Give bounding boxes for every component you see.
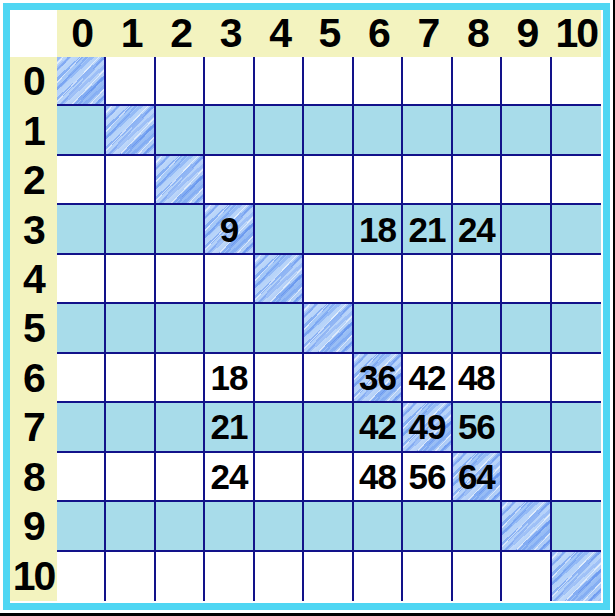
cell-r7-c3[interactable]: 21: [205, 403, 254, 452]
cell-r9-c9[interactable]: [502, 502, 551, 551]
row-header-1: 1: [10, 106, 57, 155]
cell-r0-c8[interactable]: [453, 57, 502, 106]
cell-r7-c8[interactable]: 56: [453, 403, 502, 452]
cell-r0-c1[interactable]: [106, 57, 155, 106]
col-header-2: 2: [156, 10, 205, 57]
cell-r1-c7[interactable]: [403, 106, 452, 155]
cell-r0-c5[interactable]: [304, 57, 353, 106]
row-header-2: 2: [10, 156, 57, 205]
cell-r3-c1[interactable]: [106, 205, 155, 254]
cell-r9-c6[interactable]: [354, 502, 403, 551]
cell-r8-c6[interactable]: 48: [354, 453, 403, 502]
cell-r4-c0[interactable]: [57, 255, 106, 304]
cell-r5-c8[interactable]: [453, 304, 502, 353]
cell-r0-c0[interactable]: [57, 57, 106, 106]
cell-r1-c3[interactable]: [205, 106, 254, 155]
cell-r10-c0[interactable]: [57, 552, 106, 601]
cell-r4-c6[interactable]: [354, 255, 403, 304]
cell-r3-c7[interactable]: 21: [403, 205, 452, 254]
col-header-7: 7: [403, 10, 452, 57]
cell-r10-c7[interactable]: [403, 552, 452, 601]
cell-r8-c10[interactable]: [552, 453, 601, 502]
cell-r6-c0[interactable]: [57, 354, 106, 403]
cell-r7-c4[interactable]: [255, 403, 304, 452]
cell-r1-c1[interactable]: [106, 106, 155, 155]
cell-r5-c9[interactable]: [502, 304, 551, 353]
row-header-9: 9: [10, 502, 57, 551]
cell-r6-c1[interactable]: [106, 354, 155, 403]
cell-r10-c10[interactable]: [552, 552, 601, 601]
cell-r1-c8[interactable]: [453, 106, 502, 155]
cell-r9-c8[interactable]: [453, 502, 502, 551]
row-header-10: 10: [10, 552, 57, 601]
cell-r2-c5[interactable]: [304, 156, 353, 205]
cell-r8-c7[interactable]: 56: [403, 453, 452, 502]
cell-r10-c9[interactable]: [502, 552, 551, 601]
cell-r9-c7[interactable]: [403, 502, 452, 551]
cell-r6-c9[interactable]: [502, 354, 551, 403]
cell-r5-c2[interactable]: [156, 304, 205, 353]
cell-r6-c6[interactable]: 36: [354, 354, 403, 403]
row-header-8: 8: [10, 453, 57, 502]
cell-r2-c6[interactable]: [354, 156, 403, 205]
cell-r6-c7[interactable]: 42: [403, 354, 452, 403]
cell-r9-c5[interactable]: [304, 502, 353, 551]
col-header-0: 0: [57, 10, 106, 57]
cell-r3-c0[interactable]: [57, 205, 106, 254]
cell-r6-c5[interactable]: [304, 354, 353, 403]
cell-r2-c4[interactable]: [255, 156, 304, 205]
cell-r2-c3[interactable]: [205, 156, 254, 205]
cell-r3-c2[interactable]: [156, 205, 205, 254]
corner-cell: [10, 10, 57, 57]
row-header-5: 5: [10, 304, 57, 353]
cell-r10-c8[interactable]: [453, 552, 502, 601]
cell-r7-c6[interactable]: 42: [354, 403, 403, 452]
cell-r5-c0[interactable]: [57, 304, 106, 353]
cell-r3-c9[interactable]: [502, 205, 551, 254]
cell-r4-c10[interactable]: [552, 255, 601, 304]
cell-r10-c3[interactable]: [205, 552, 254, 601]
cell-r6-c2[interactable]: [156, 354, 205, 403]
cell-r10-c6[interactable]: [354, 552, 403, 601]
row-header-6: 6: [10, 354, 57, 403]
cell-r1-c6[interactable]: [354, 106, 403, 155]
multiplication-board: 0123456789100123918212445618364248721424…: [10, 10, 603, 603]
cell-r4-c2[interactable]: [156, 255, 205, 304]
cell-r7-c0[interactable]: [57, 403, 106, 452]
cell-r2-c0[interactable]: [57, 156, 106, 205]
row-header-3: 3: [10, 205, 57, 254]
cell-r7-c5[interactable]: [304, 403, 353, 452]
cell-r4-c8[interactable]: [453, 255, 502, 304]
cell-r7-c7[interactable]: 49: [403, 403, 452, 452]
cell-r8-c3[interactable]: 24: [205, 453, 254, 502]
cell-r8-c5[interactable]: [304, 453, 353, 502]
cell-r2-c8[interactable]: [453, 156, 502, 205]
cell-r6-c10[interactable]: [552, 354, 601, 403]
cell-r9-c3[interactable]: [205, 502, 254, 551]
row-header-4: 4: [10, 255, 57, 304]
cell-r8-c0[interactable]: [57, 453, 106, 502]
col-header-5: 5: [304, 10, 353, 57]
cell-r0-c7[interactable]: [403, 57, 452, 106]
col-header-9: 9: [502, 10, 551, 57]
cell-r10-c2[interactable]: [156, 552, 205, 601]
cell-r9-c0[interactable]: [57, 502, 106, 551]
cell-r10-c1[interactable]: [106, 552, 155, 601]
cell-r1-c5[interactable]: [304, 106, 353, 155]
cell-r9-c4[interactable]: [255, 502, 304, 551]
cell-r4-c3[interactable]: [205, 255, 254, 304]
cell-r9-c1[interactable]: [106, 502, 155, 551]
cell-r0-c9[interactable]: [502, 57, 551, 106]
cell-r8-c2[interactable]: [156, 453, 205, 502]
screenshot-root: 0123456789100123918212445618364248721424…: [0, 0, 615, 616]
chart-frame: 0123456789100123918212445618364248721424…: [3, 3, 610, 610]
cell-r0-c6[interactable]: [354, 57, 403, 106]
row-header-0: 0: [10, 57, 57, 106]
cell-r3-c5[interactable]: [304, 205, 353, 254]
cell-r1-c10[interactable]: [552, 106, 601, 155]
cell-r2-c1[interactable]: [106, 156, 155, 205]
cell-r1-c2[interactable]: [156, 106, 205, 155]
cell-r0-c3[interactable]: [205, 57, 254, 106]
cell-r8-c8[interactable]: 64: [453, 453, 502, 502]
cell-r2-c10[interactable]: [552, 156, 601, 205]
row-header-7: 7: [10, 403, 57, 452]
cell-r8-c4[interactable]: [255, 453, 304, 502]
cell-r2-c9[interactable]: [502, 156, 551, 205]
cell-r3-c8[interactable]: 24: [453, 205, 502, 254]
cell-r5-c3[interactable]: [205, 304, 254, 353]
cell-r4-c1[interactable]: [106, 255, 155, 304]
cell-r0-c10[interactable]: [552, 57, 601, 106]
cell-r0-c2[interactable]: [156, 57, 205, 106]
cell-r4-c9[interactable]: [502, 255, 551, 304]
cell-r3-c4[interactable]: [255, 205, 304, 254]
col-header-4: 4: [255, 10, 304, 57]
cell-r7-c1[interactable]: [106, 403, 155, 452]
cell-r8-c9[interactable]: [502, 453, 551, 502]
cell-r1-c4[interactable]: [255, 106, 304, 155]
cell-r3-c6[interactable]: 18: [354, 205, 403, 254]
cell-r5-c7[interactable]: [403, 304, 452, 353]
col-header-6: 6: [354, 10, 403, 57]
cell-r5-c10[interactable]: [552, 304, 601, 353]
cell-r2-c2[interactable]: [156, 156, 205, 205]
cell-r4-c5[interactable]: [304, 255, 353, 304]
cell-r6-c8[interactable]: 48: [453, 354, 502, 403]
cell-r8-c1[interactable]: [106, 453, 155, 502]
cell-r10-c4[interactable]: [255, 552, 304, 601]
cell-r6-c4[interactable]: [255, 354, 304, 403]
cell-r9-c2[interactable]: [156, 502, 205, 551]
cell-r4-c7[interactable]: [403, 255, 452, 304]
cell-r7-c9[interactable]: [502, 403, 551, 452]
col-header-3: 3: [205, 10, 254, 57]
cell-r1-c9[interactable]: [502, 106, 551, 155]
cell-r7-c2[interactable]: [156, 403, 205, 452]
cell-r0-c4[interactable]: [255, 57, 304, 106]
cell-r7-c10[interactable]: [552, 403, 601, 452]
cell-r5-c6[interactable]: [354, 304, 403, 353]
cell-r5-c1[interactable]: [106, 304, 155, 353]
cell-r10-c5[interactable]: [304, 552, 353, 601]
cell-r3-c3[interactable]: 9: [205, 205, 254, 254]
col-header-1: 1: [106, 10, 155, 57]
cell-r5-c4[interactable]: [255, 304, 304, 353]
cell-r1-c0[interactable]: [57, 106, 106, 155]
cell-r2-c7[interactable]: [403, 156, 452, 205]
cell-r6-c3[interactable]: 18: [205, 354, 254, 403]
cell-r3-c10[interactable]: [552, 205, 601, 254]
cell-r4-c4[interactable]: [255, 255, 304, 304]
cell-r9-c10[interactable]: [552, 502, 601, 551]
col-header-10: 10: [552, 10, 601, 57]
cell-r5-c5[interactable]: [304, 304, 353, 353]
col-header-8: 8: [453, 10, 502, 57]
